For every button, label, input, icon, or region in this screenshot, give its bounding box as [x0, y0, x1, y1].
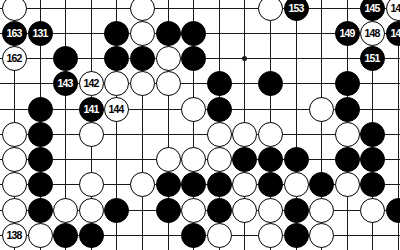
move-number: 151 — [364, 53, 379, 64]
stone-black[interactable] — [104, 21, 129, 46]
stone-black[interactable] — [232, 147, 257, 172]
stone-white[interactable] — [309, 223, 334, 248]
stone-white[interactable] — [360, 198, 385, 223]
stone-white[interactable] — [258, 198, 283, 223]
stone-black[interactable]: 149 — [335, 21, 360, 46]
move-number: 163 — [6, 28, 21, 39]
stone-black[interactable] — [104, 198, 129, 223]
stone-white[interactable] — [53, 198, 78, 223]
move-number: 131 — [32, 28, 47, 39]
stone-white[interactable] — [156, 46, 181, 71]
move-number: 145 — [364, 3, 379, 14]
stone-black[interactable]: 145 — [360, 0, 385, 21]
stone-white[interactable] — [104, 71, 129, 96]
stone-white[interactable]: 144 — [104, 97, 129, 122]
stone-black[interactable] — [181, 46, 206, 71]
stone-black[interactable] — [258, 172, 283, 197]
hoshi-point — [242, 56, 247, 61]
go-board[interactable]: 1531451461631311491481471621511431421411… — [0, 0, 400, 250]
stone-black[interactable] — [28, 122, 53, 147]
stone-black[interactable] — [207, 71, 232, 96]
move-number: 149 — [339, 28, 354, 39]
stone-black[interactable]: 163 — [2, 21, 27, 46]
stone-black[interactable] — [360, 172, 385, 197]
stone-white[interactable] — [2, 198, 27, 223]
stone-black[interactable] — [181, 223, 206, 248]
stone-black[interactable] — [53, 223, 78, 248]
move-number: 138 — [6, 230, 21, 241]
stone-black[interactable]: 151 — [360, 46, 385, 71]
stone-black[interactable]: 141 — [79, 97, 104, 122]
stone-white[interactable]: 138 — [2, 223, 27, 248]
stone-black[interactable] — [207, 97, 232, 122]
stone-black[interactable]: 143 — [53, 71, 78, 96]
stone-black[interactable] — [156, 21, 181, 46]
move-number: 143 — [57, 78, 72, 89]
stone-white[interactable] — [207, 223, 232, 248]
stone-black[interactable] — [258, 147, 283, 172]
stone-black[interactable] — [335, 97, 360, 122]
stone-white[interactable] — [181, 97, 206, 122]
stone-white[interactable] — [2, 172, 27, 197]
stone-white[interactable]: 162 — [2, 46, 27, 71]
stone-white[interactable] — [335, 122, 360, 147]
stone-white[interactable] — [335, 172, 360, 197]
stone-white[interactable] — [232, 172, 257, 197]
stone-white[interactable] — [130, 71, 155, 96]
stone-black[interactable] — [28, 172, 53, 197]
stone-white[interactable] — [130, 172, 155, 197]
stone-white[interactable] — [258, 0, 283, 21]
stone-white[interactable] — [258, 122, 283, 147]
stone-white[interactable] — [181, 198, 206, 223]
stone-black[interactable] — [360, 147, 385, 172]
move-number: 147 — [390, 28, 400, 39]
stone-black[interactable] — [181, 21, 206, 46]
grid-line-horizontal — [0, 8, 400, 9]
stone-black[interactable] — [130, 46, 155, 71]
stone-white[interactable] — [156, 71, 181, 96]
stone-black[interactable] — [156, 198, 181, 223]
stone-white[interactable] — [79, 122, 104, 147]
stone-black[interactable] — [104, 46, 129, 71]
stone-black[interactable] — [360, 122, 385, 147]
stone-black[interactable]: 147 — [386, 21, 400, 46]
stone-black[interactable] — [207, 198, 232, 223]
stone-white[interactable] — [2, 147, 27, 172]
stone-white[interactable] — [130, 21, 155, 46]
stone-black[interactable] — [335, 71, 360, 96]
stone-black[interactable] — [181, 172, 206, 197]
stone-black[interactable]: 131 — [28, 21, 53, 46]
stone-white[interactable]: 148 — [360, 21, 385, 46]
move-number: 153 — [288, 3, 303, 14]
stone-black[interactable] — [28, 147, 53, 172]
stone-white[interactable] — [181, 147, 206, 172]
move-number: 146 — [390, 3, 400, 14]
stone-white[interactable] — [207, 122, 232, 147]
stone-white[interactable]: 142 — [79, 71, 104, 96]
stone-black[interactable] — [258, 71, 283, 96]
stone-white[interactable] — [207, 147, 232, 172]
move-number: 142 — [83, 78, 98, 89]
stone-white[interactable] — [2, 0, 27, 21]
stone-black[interactable] — [207, 172, 232, 197]
stone-white[interactable] — [2, 122, 27, 147]
stone-black[interactable] — [309, 172, 334, 197]
stone-black[interactable]: 153 — [284, 0, 309, 21]
stone-black[interactable] — [28, 198, 53, 223]
move-number: 141 — [83, 104, 98, 115]
stone-black[interactable] — [284, 223, 309, 248]
stone-black[interactable] — [28, 97, 53, 122]
stone-white[interactable] — [130, 0, 155, 21]
stone-black[interactable] — [335, 147, 360, 172]
stone-white[interactable] — [28, 223, 53, 248]
stone-white[interactable] — [309, 198, 334, 223]
stone-black[interactable] — [79, 223, 104, 248]
stone-white[interactable] — [284, 172, 309, 197]
stone-white[interactable] — [309, 97, 334, 122]
move-number: 148 — [364, 28, 379, 39]
stone-black[interactable] — [284, 147, 309, 172]
stone-black[interactable] — [284, 198, 309, 223]
stone-black[interactable] — [156, 172, 181, 197]
stone-white[interactable] — [258, 223, 283, 248]
stone-black[interactable] — [386, 198, 400, 223]
stone-white[interactable] — [79, 172, 104, 197]
stone-white[interactable] — [79, 198, 104, 223]
move-number: 162 — [6, 53, 21, 64]
stone-white[interactable] — [232, 122, 257, 147]
stone-black[interactable] — [53, 46, 78, 71]
stone-white[interactable] — [156, 147, 181, 172]
stone-white[interactable]: 146 — [386, 0, 400, 21]
move-number: 144 — [108, 104, 123, 115]
stone-white[interactable] — [232, 198, 257, 223]
